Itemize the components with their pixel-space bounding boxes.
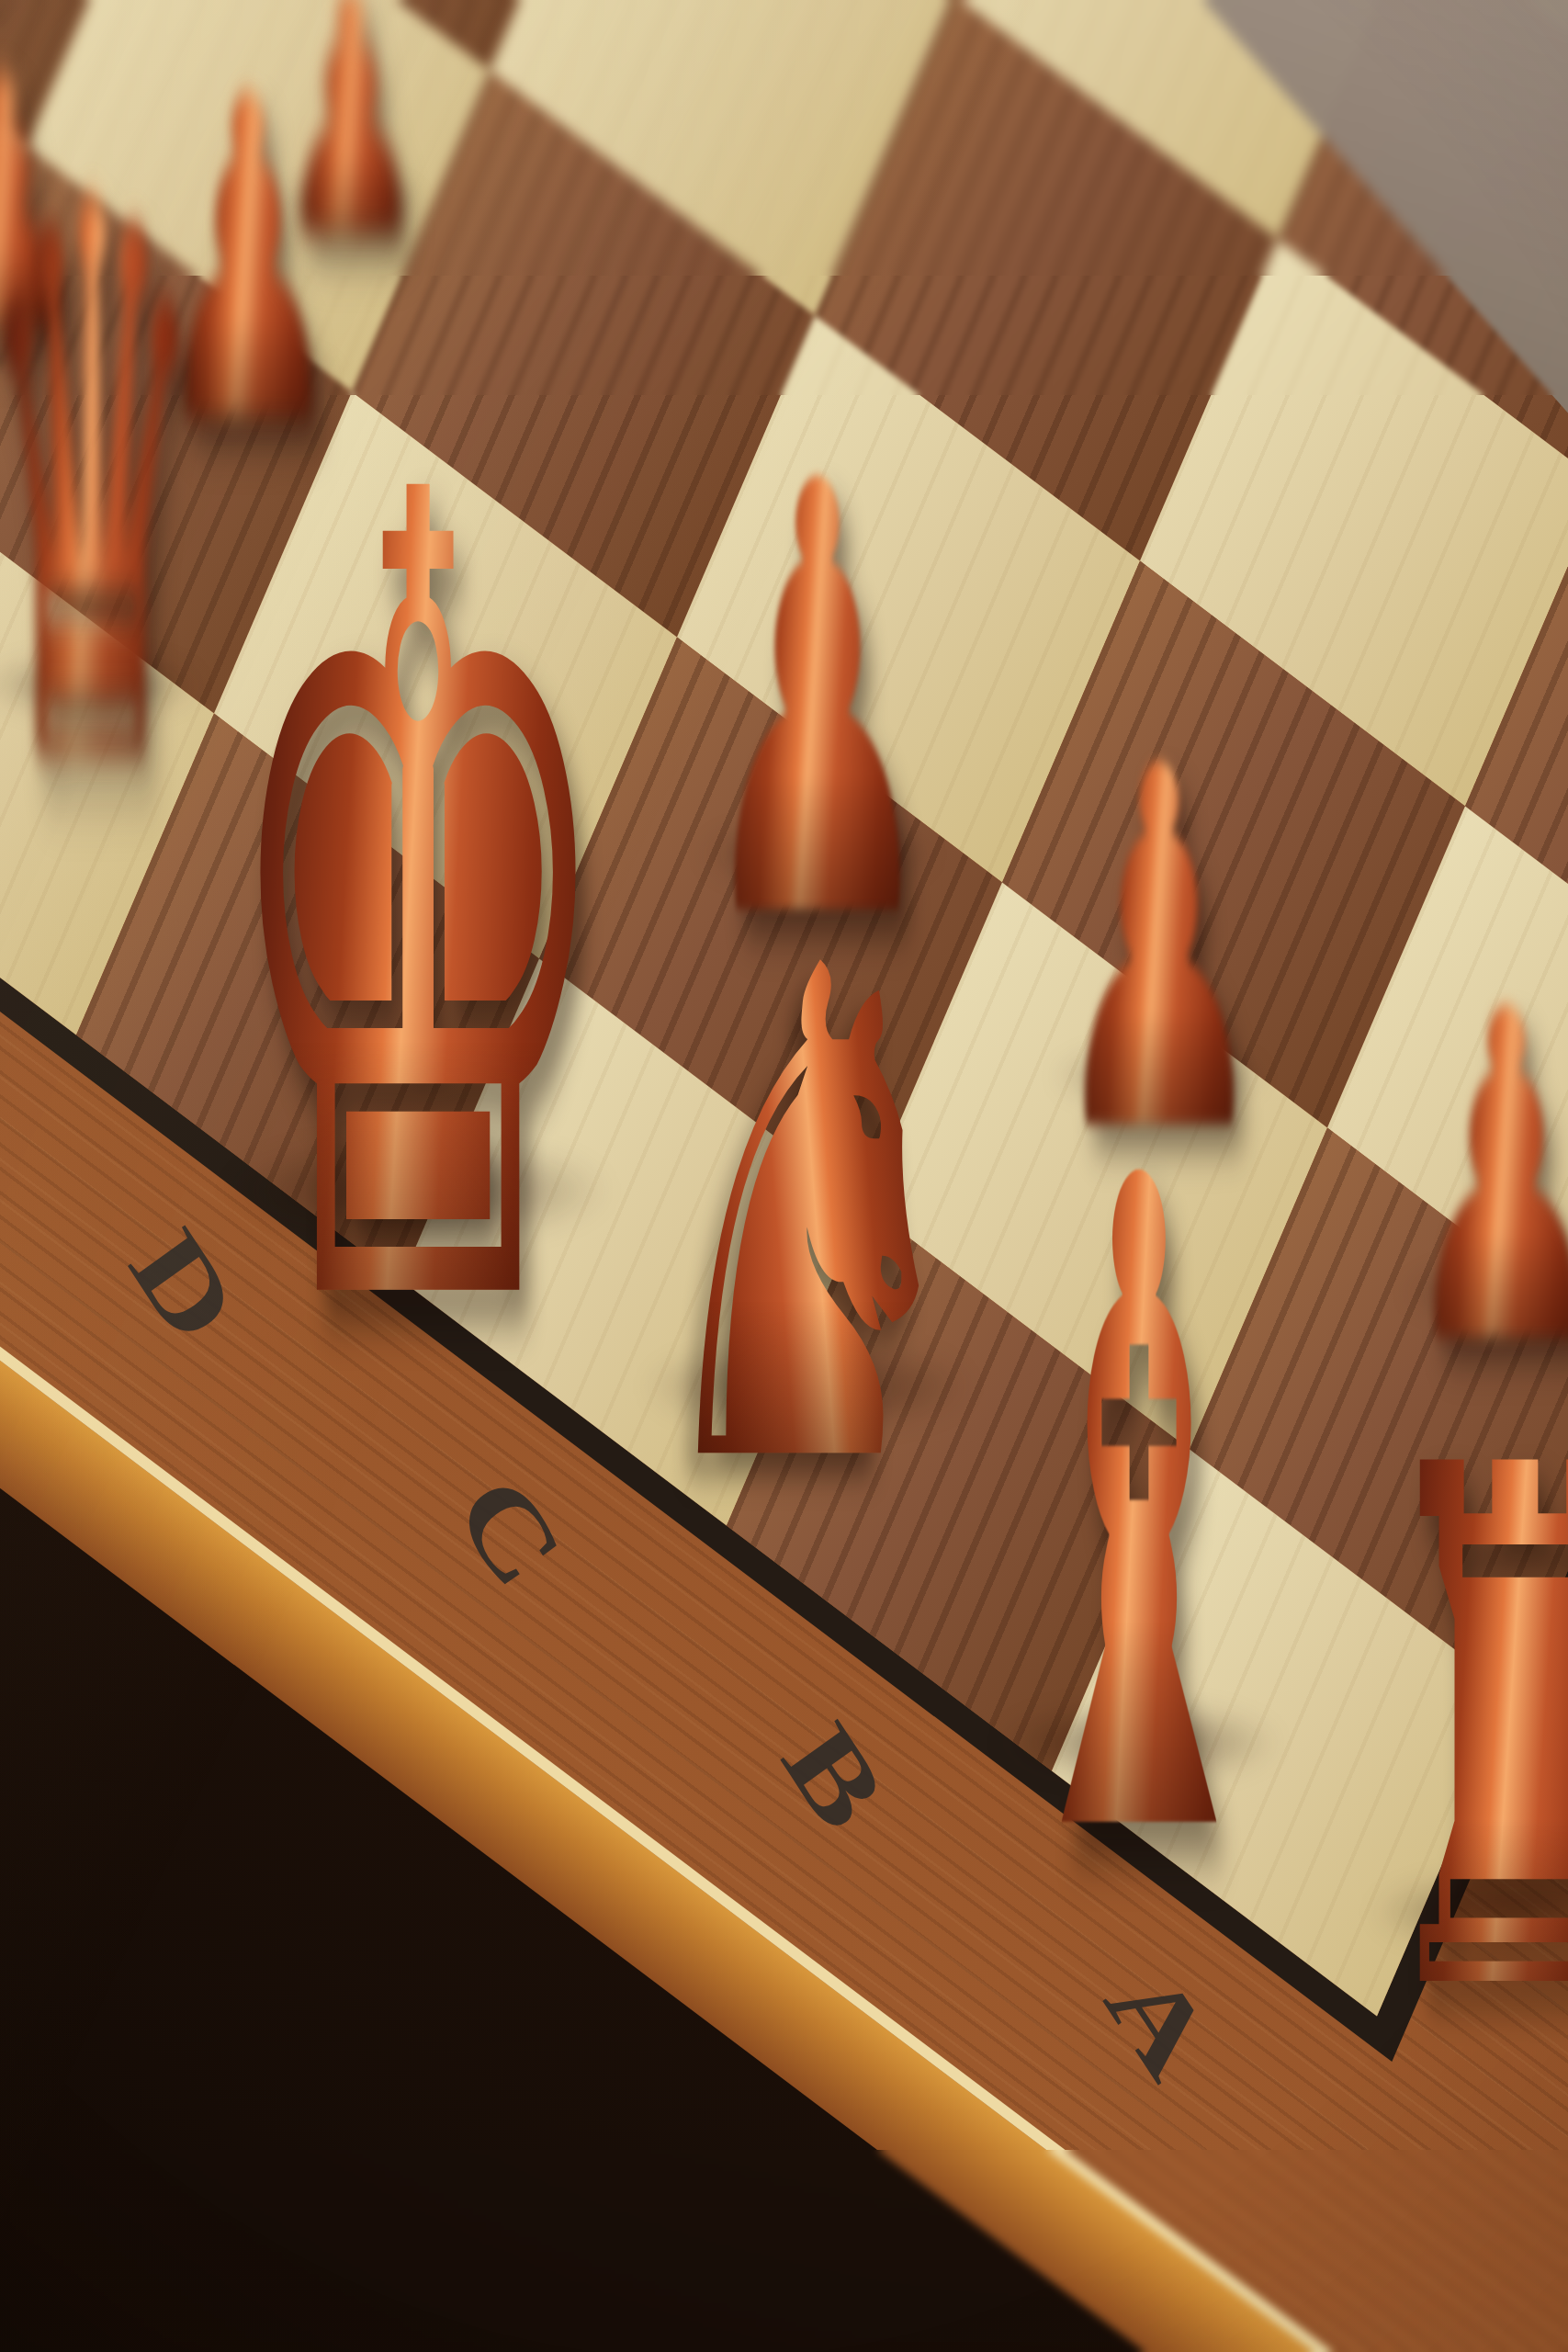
chess-photo-canvas: DCBA ♟♟♟♛♟♟♚♟♞♝♜ <box>0 0 1568 2352</box>
piece-queen-e1[interactable]: ♛ <box>0 110 208 869</box>
piece-rook-a1[interactable]: ♜ <box>1363 1376 1568 2090</box>
piece-knight-c1[interactable]: ♞ <box>636 882 982 1557</box>
piece-king-d1[interactable]: ♚ <box>216 358 619 1462</box>
piece-bishop-b1[interactable]: ♝ <box>991 1068 1288 1961</box>
